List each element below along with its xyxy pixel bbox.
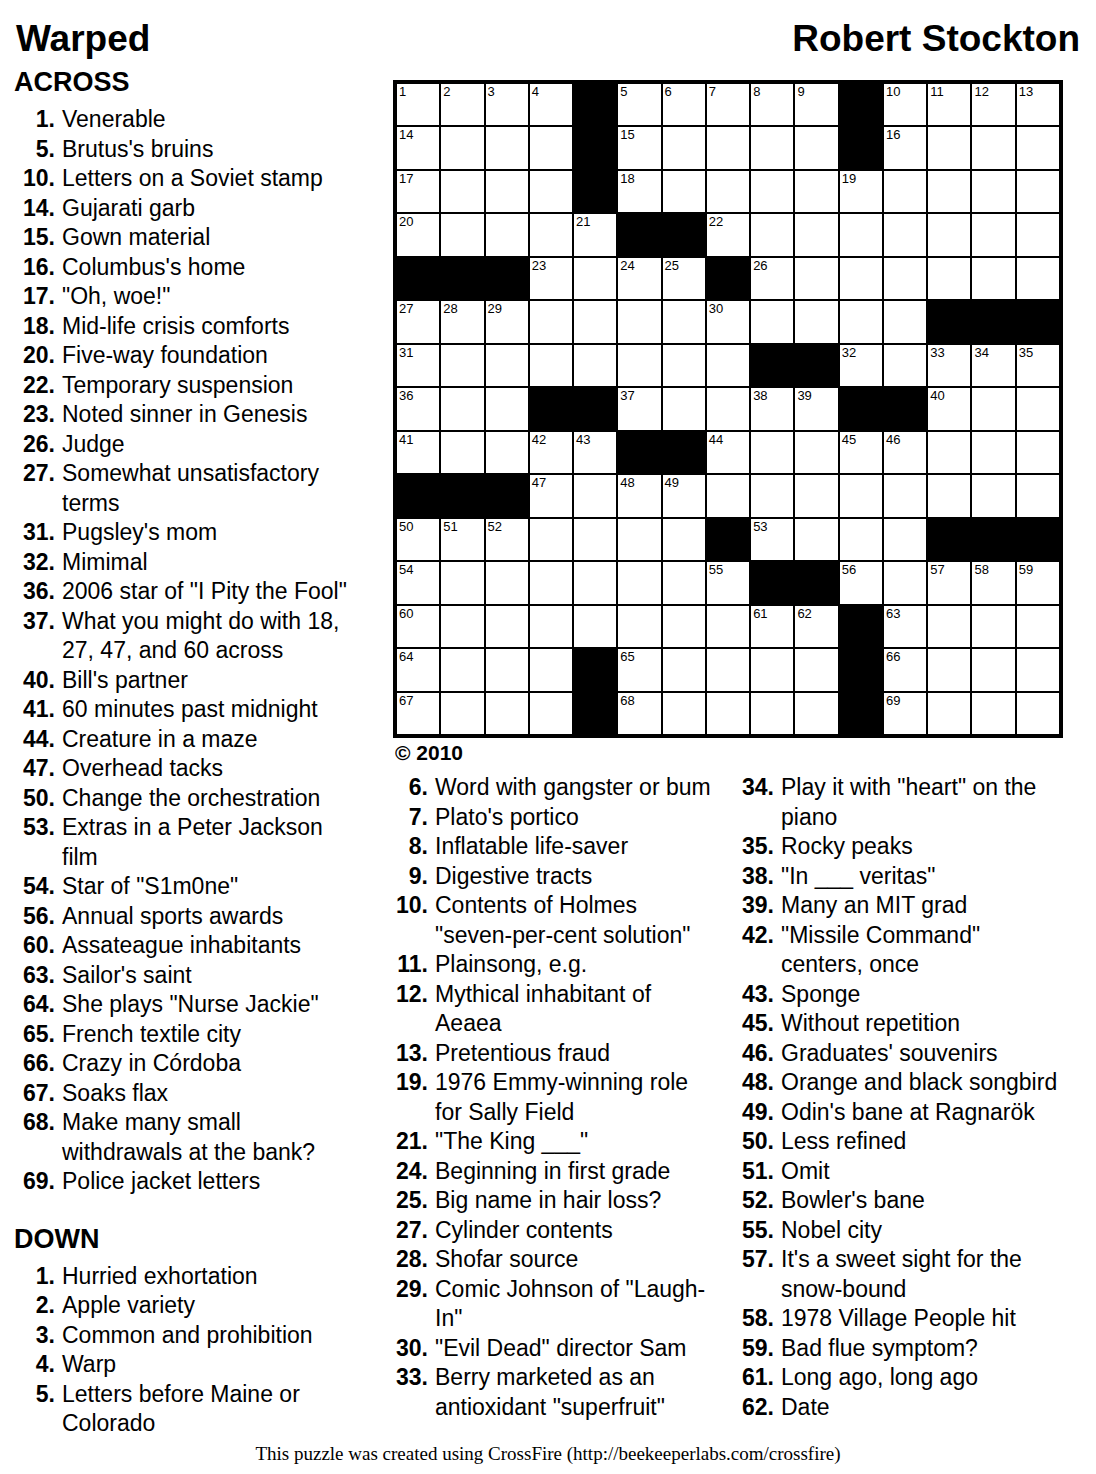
cell-r12c7[interactable]	[662, 561, 706, 604]
clue-down-34: 34.Play it with "heart" on the piano	[733, 773, 1063, 832]
clue-number: 58.	[733, 1304, 774, 1334]
black-cell-r15c11	[839, 692, 883, 735]
cell-r13c8[interactable]	[706, 605, 750, 648]
cell-r5c5[interactable]	[573, 257, 617, 300]
cell-number-42: 42	[532, 432, 546, 448]
cell-r5c15[interactable]	[1016, 257, 1060, 300]
clue-down-21: 21."The King ___"	[387, 1127, 713, 1157]
cell-number-69: 69	[886, 693, 900, 709]
cell-r6c6[interactable]	[617, 300, 661, 343]
clue-text: Hurried exhortation	[62, 1262, 354, 1292]
cell-r5c6[interactable]: 24	[617, 257, 661, 300]
cell-r8c15[interactable]	[1016, 387, 1060, 430]
cell-r4c2[interactable]	[440, 213, 484, 256]
clue-text: Rocky peaks	[781, 832, 1063, 862]
cell-r14c1[interactable]: 64	[396, 648, 440, 691]
cell-r5c12[interactable]	[883, 257, 927, 300]
cell-r4c11[interactable]	[839, 213, 883, 256]
cell-r10c4[interactable]: 47	[529, 474, 573, 517]
cell-r10c13[interactable]	[927, 474, 971, 517]
cell-r15c13[interactable]	[927, 692, 971, 735]
clue-text: Omit	[781, 1157, 1063, 1187]
cell-r8c14[interactable]	[971, 387, 1015, 430]
black-cell-r8c11	[839, 387, 883, 430]
cell-r7c14[interactable]: 34	[971, 344, 1015, 387]
cell-r11c9[interactable]: 53	[750, 518, 794, 561]
clue-text: Annual sports awards	[62, 902, 354, 932]
cell-r9c10[interactable]	[794, 431, 838, 474]
cell-r10c14[interactable]	[971, 474, 1015, 517]
cell-number-20: 20	[399, 214, 413, 230]
cell-r7c13[interactable]: 33	[927, 344, 971, 387]
clue-number: 9.	[387, 862, 428, 892]
cell-r12c2[interactable]	[440, 561, 484, 604]
cell-r6c8[interactable]: 30	[706, 300, 750, 343]
cell-r2c15[interactable]	[1016, 126, 1060, 169]
cell-r12c8[interactable]: 55	[706, 561, 750, 604]
black-cell-r5c8	[706, 257, 750, 300]
cell-r3c9[interactable]	[750, 170, 794, 213]
cell-r3c1[interactable]: 17	[396, 170, 440, 213]
clue-number: 7.	[387, 803, 428, 833]
cell-r10c11[interactable]	[839, 474, 883, 517]
cell-r1c6[interactable]: 5	[617, 83, 661, 126]
cell-number-33: 33	[930, 345, 944, 361]
cell-r13c7[interactable]	[662, 605, 706, 648]
clue-number: 16.	[14, 253, 55, 283]
cell-r6c12[interactable]	[883, 300, 927, 343]
cell-r14c14[interactable]	[971, 648, 1015, 691]
cell-r10c6[interactable]: 48	[617, 474, 661, 517]
cell-r10c15[interactable]	[1016, 474, 1060, 517]
cell-r9c13[interactable]	[927, 431, 971, 474]
down-clue-list-part1: 1.Hurried exhortation2.Apple variety3.Co…	[14, 1262, 354, 1439]
cell-r12c11[interactable]: 56	[839, 561, 883, 604]
clue-down-61: 61.Long ago, long ago	[733, 1363, 1063, 1393]
cell-r2c6[interactable]: 15	[617, 126, 661, 169]
black-cell-r11c15	[1016, 518, 1060, 561]
cell-r2c3[interactable]	[485, 126, 529, 169]
cell-r2c8[interactable]	[706, 126, 750, 169]
cell-r13c12[interactable]: 63	[883, 605, 927, 648]
clue-down-51: 51.Omit	[733, 1157, 1063, 1187]
cell-number-67: 67	[399, 693, 413, 709]
clue-text: Plainsong, e.g.	[435, 950, 713, 980]
cell-r15c12[interactable]: 69	[883, 692, 927, 735]
clue-text: Apple variety	[62, 1291, 354, 1321]
cell-r3c3[interactable]	[485, 170, 529, 213]
cell-r6c9[interactable]	[750, 300, 794, 343]
cell-number-68: 68	[620, 693, 634, 709]
cell-r13c9[interactable]: 61	[750, 605, 794, 648]
cell-r1c2[interactable]: 2	[440, 83, 484, 126]
cell-r3c11[interactable]: 19	[839, 170, 883, 213]
cell-r6c7[interactable]	[662, 300, 706, 343]
clue-number: 18.	[14, 312, 55, 342]
cell-number-63: 63	[886, 606, 900, 622]
cell-r13c3[interactable]	[485, 605, 529, 648]
clue-text: 2006 star of "I Pity the Fool"	[62, 577, 354, 607]
cell-r9c2[interactable]	[440, 431, 484, 474]
cell-r6c3[interactable]: 29	[485, 300, 529, 343]
cell-r5c9[interactable]: 26	[750, 257, 794, 300]
clue-text: Digestive tracts	[435, 862, 713, 892]
cell-r11c1[interactable]: 50	[396, 518, 440, 561]
cell-r15c1[interactable]: 67	[396, 692, 440, 735]
cell-r15c7[interactable]	[662, 692, 706, 735]
cell-r15c15[interactable]	[1016, 692, 1060, 735]
clue-number: 1.	[14, 105, 55, 135]
cell-r3c10[interactable]	[794, 170, 838, 213]
clue-number: 4.	[14, 1350, 55, 1380]
cell-r14c2[interactable]	[440, 648, 484, 691]
cell-r11c3[interactable]: 52	[485, 518, 529, 561]
cell-number-2: 2	[443, 84, 450, 100]
cell-r11c4[interactable]	[529, 518, 573, 561]
cell-r12c6[interactable]	[617, 561, 661, 604]
cell-number-32: 32	[842, 345, 856, 361]
cell-r5c14[interactable]	[971, 257, 1015, 300]
clue-number: 1.	[14, 1262, 55, 1292]
cell-r6c4[interactable]	[529, 300, 573, 343]
cell-r7c12[interactable]	[883, 344, 927, 387]
clue-text: "The King ___"	[435, 1127, 713, 1157]
clue-down-57: 57.It's a sweet sight for the snow-bound	[733, 1245, 1063, 1304]
cell-r3c14[interactable]	[971, 170, 1015, 213]
cell-r2c4[interactable]	[529, 126, 573, 169]
clue-text: Bad flue symptom?	[781, 1334, 1063, 1364]
cell-r8c1[interactable]: 36	[396, 387, 440, 430]
clue-text: It's a sweet sight for the snow-bound	[781, 1245, 1063, 1304]
cell-r9c14[interactable]	[971, 431, 1015, 474]
black-cell-r6c14	[971, 300, 1015, 343]
puzzle-author: Robert Stockton	[792, 18, 1080, 60]
cell-r5c4[interactable]: 23	[529, 257, 573, 300]
cell-r9c8[interactable]: 44	[706, 431, 750, 474]
cell-r2c12[interactable]: 16	[883, 126, 927, 169]
cell-r14c6[interactable]: 65	[617, 648, 661, 691]
cell-r9c9[interactable]	[750, 431, 794, 474]
cell-r1c3[interactable]: 3	[485, 83, 529, 126]
clue-across-50: 50.Change the orchestration	[14, 784, 354, 814]
cell-number-17: 17	[399, 171, 413, 187]
clue-column-right: 34.Play it with "heart" on the piano35.R…	[733, 773, 1063, 1422]
cell-r3c4[interactable]	[529, 170, 573, 213]
cell-r15c4[interactable]	[529, 692, 573, 735]
cell-r9c5[interactable]: 43	[573, 431, 617, 474]
clue-number: 24.	[387, 1157, 428, 1187]
cell-number-53: 53	[753, 519, 767, 535]
cell-number-18: 18	[620, 171, 634, 187]
clue-down-38: 38."In ___ veritas"	[733, 862, 1063, 892]
cell-r7c3[interactable]	[485, 344, 529, 387]
cell-r12c15[interactable]: 59	[1016, 561, 1060, 604]
cell-r11c6[interactable]	[617, 518, 661, 561]
cell-number-49: 49	[665, 475, 679, 491]
clue-number: 69.	[14, 1167, 55, 1197]
cell-r11c5[interactable]	[573, 518, 617, 561]
black-cell-r12c9	[750, 561, 794, 604]
cell-r8c10[interactable]: 39	[794, 387, 838, 430]
cell-r7c5[interactable]	[573, 344, 617, 387]
crossword-page: Warped Robert Stockton 12345678910111213…	[0, 0, 1096, 1474]
cell-r15c8[interactable]	[706, 692, 750, 735]
cell-r8c13[interactable]: 40	[927, 387, 971, 430]
cell-r8c6[interactable]: 37	[617, 387, 661, 430]
clue-text: "In ___ veritas"	[781, 862, 1063, 892]
cell-r5c10[interactable]	[794, 257, 838, 300]
clue-text: Extras in a Peter Jackson film	[62, 813, 354, 872]
cell-r15c6[interactable]: 68	[617, 692, 661, 735]
clue-text: "Oh, woe!"	[62, 282, 354, 312]
clue-number: 50.	[733, 1127, 774, 1157]
clue-number: 52.	[733, 1186, 774, 1216]
cell-r4c5[interactable]: 21	[573, 213, 617, 256]
cell-r4c1[interactable]: 20	[396, 213, 440, 256]
cell-r5c7[interactable]: 25	[662, 257, 706, 300]
cell-r14c15[interactable]	[1016, 648, 1060, 691]
cell-r14c13[interactable]	[927, 648, 971, 691]
cell-r14c4[interactable]	[529, 648, 573, 691]
cell-r10c8[interactable]	[706, 474, 750, 517]
cell-r3c12[interactable]	[883, 170, 927, 213]
clue-across-40: 40.Bill's partner	[14, 666, 354, 696]
clue-number: 40.	[14, 666, 55, 696]
cell-r15c9[interactable]	[750, 692, 794, 735]
cell-number-51: 51	[443, 519, 457, 535]
cell-r5c11[interactable]	[839, 257, 883, 300]
cell-number-3: 3	[488, 84, 495, 100]
cell-r14c9[interactable]	[750, 648, 794, 691]
cell-number-57: 57	[930, 562, 944, 578]
cell-r9c15[interactable]	[1016, 431, 1060, 474]
cell-r13c1[interactable]: 60	[396, 605, 440, 648]
clue-across-69: 69.Police jacket letters	[14, 1167, 354, 1197]
cell-r13c6[interactable]	[617, 605, 661, 648]
cell-r15c10[interactable]	[794, 692, 838, 735]
cell-r7c8[interactable]	[706, 344, 750, 387]
cell-r9c3[interactable]	[485, 431, 529, 474]
cell-r2c9[interactable]	[750, 126, 794, 169]
cell-r6c11[interactable]	[839, 300, 883, 343]
cell-r8c8[interactable]	[706, 387, 750, 430]
cell-r12c12[interactable]	[883, 561, 927, 604]
clue-text: Contents of Holmes "seven-per-cent solut…	[435, 891, 713, 950]
cell-r9c1[interactable]: 41	[396, 431, 440, 474]
cell-number-50: 50	[399, 519, 413, 535]
black-cell-r5c3	[485, 257, 529, 300]
clue-down-24: 24.Beginning in first grade	[387, 1157, 713, 1187]
cell-r14c3[interactable]	[485, 648, 529, 691]
puzzle-title: Warped	[16, 18, 150, 60]
clue-text: Creature in a maze	[62, 725, 354, 755]
cell-r9c11[interactable]: 45	[839, 431, 883, 474]
cell-r4c10[interactable]	[794, 213, 838, 256]
cell-r1c7[interactable]: 6	[662, 83, 706, 126]
cell-r7c4[interactable]	[529, 344, 573, 387]
black-cell-r8c5	[573, 387, 617, 430]
clue-text: Venerable	[62, 105, 354, 135]
cell-r12c5[interactable]	[573, 561, 617, 604]
cell-r14c12[interactable]: 66	[883, 648, 927, 691]
cell-number-19: 19	[842, 171, 856, 187]
cell-r11c11[interactable]	[839, 518, 883, 561]
cell-r4c8[interactable]: 22	[706, 213, 750, 256]
cell-r7c2[interactable]	[440, 344, 484, 387]
cell-r8c2[interactable]	[440, 387, 484, 430]
cell-r3c6[interactable]: 18	[617, 170, 661, 213]
clue-text: Pretentious fraud	[435, 1039, 713, 1069]
cell-r10c7[interactable]: 49	[662, 474, 706, 517]
cell-r6c10[interactable]	[794, 300, 838, 343]
cell-r4c4[interactable]	[529, 213, 573, 256]
cell-number-31: 31	[399, 345, 413, 361]
cell-r14c10[interactable]	[794, 648, 838, 691]
cell-number-62: 62	[797, 606, 811, 622]
cell-r13c10[interactable]: 62	[794, 605, 838, 648]
cell-r10c10[interactable]	[794, 474, 838, 517]
clue-text: Somewhat unsatisfactory terms	[62, 459, 354, 518]
cell-r7c7[interactable]	[662, 344, 706, 387]
cell-r11c7[interactable]	[662, 518, 706, 561]
cell-r7c11[interactable]: 32	[839, 344, 883, 387]
cell-r15c2[interactable]	[440, 692, 484, 735]
cell-r1c13[interactable]: 11	[927, 83, 971, 126]
cell-r12c3[interactable]	[485, 561, 529, 604]
clue-number: 60.	[14, 931, 55, 961]
cell-r4c3[interactable]	[485, 213, 529, 256]
clue-text: Comic Johnson of "Laugh-In"	[435, 1275, 713, 1334]
clue-down-1: 1.Hurried exhortation	[14, 1262, 354, 1292]
cell-r11c2[interactable]: 51	[440, 518, 484, 561]
cell-r1c14[interactable]: 12	[971, 83, 1015, 126]
cell-number-30: 30	[709, 301, 723, 317]
cell-r3c7[interactable]	[662, 170, 706, 213]
clue-down-58: 58.1978 Village People hit	[733, 1304, 1063, 1334]
clue-column-left: ACROSS 1.Venerable5.Brutus's bruins10.Le…	[14, 66, 354, 1439]
cell-r1c10[interactable]: 9	[794, 83, 838, 126]
cell-r2c14[interactable]	[971, 126, 1015, 169]
cell-r7c1[interactable]: 31	[396, 344, 440, 387]
black-cell-r2c11	[839, 126, 883, 169]
cell-r8c3[interactable]	[485, 387, 529, 430]
cell-r6c5[interactable]	[573, 300, 617, 343]
cell-r9c4[interactable]: 42	[529, 431, 573, 474]
cell-r4c9[interactable]	[750, 213, 794, 256]
cell-r4c13[interactable]	[927, 213, 971, 256]
clue-number: 67.	[14, 1079, 55, 1109]
clue-text: Sailor's saint	[62, 961, 354, 991]
clue-text: Star of "S1m0ne"	[62, 872, 354, 902]
cell-r3c2[interactable]	[440, 170, 484, 213]
cell-r2c13[interactable]	[927, 126, 971, 169]
cell-r13c5[interactable]	[573, 605, 617, 648]
cell-r1c1[interactable]: 1	[396, 83, 440, 126]
cell-r13c4[interactable]	[529, 605, 573, 648]
cell-r12c13[interactable]: 57	[927, 561, 971, 604]
clue-across-18: 18.Mid-life crisis comforts	[14, 312, 354, 342]
cell-r11c12[interactable]	[883, 518, 927, 561]
cell-r7c15[interactable]: 35	[1016, 344, 1060, 387]
cell-r8c7[interactable]	[662, 387, 706, 430]
cell-r7c6[interactable]	[617, 344, 661, 387]
cell-r1c9[interactable]: 8	[750, 83, 794, 126]
clue-text: Judge	[62, 430, 354, 460]
cell-r9c12[interactable]: 46	[883, 431, 927, 474]
clue-number: 50.	[14, 784, 55, 814]
black-cell-r3c5	[573, 170, 617, 213]
clue-column-middle: 6.Word with gangster or bum7.Plato's por…	[387, 773, 713, 1422]
cell-r15c14[interactable]	[971, 692, 1015, 735]
cell-r13c15[interactable]	[1016, 605, 1060, 648]
cell-r10c5[interactable]	[573, 474, 617, 517]
cell-r1c4[interactable]: 4	[529, 83, 573, 126]
clue-text: Temporary suspension	[62, 371, 354, 401]
cell-r1c15[interactable]: 13	[1016, 83, 1060, 126]
cell-number-28: 28	[443, 301, 457, 317]
clue-number: 27.	[387, 1216, 428, 1246]
cell-r10c9[interactable]	[750, 474, 794, 517]
cell-r2c7[interactable]	[662, 126, 706, 169]
cell-r3c8[interactable]	[706, 170, 750, 213]
clue-number: 63.	[14, 961, 55, 991]
clue-text: Word with gangster or bum	[435, 773, 713, 803]
cell-r2c10[interactable]	[794, 126, 838, 169]
clue-down-55: 55.Nobel city	[733, 1216, 1063, 1246]
cell-number-56: 56	[842, 562, 856, 578]
cell-number-8: 8	[753, 84, 760, 100]
cell-r3c13[interactable]	[927, 170, 971, 213]
cell-r5c13[interactable]	[927, 257, 971, 300]
clue-across-53: 53.Extras in a Peter Jackson film	[14, 813, 354, 872]
cell-r6c2[interactable]: 28	[440, 300, 484, 343]
black-cell-r4c7	[662, 213, 706, 256]
cell-r1c8[interactable]: 7	[706, 83, 750, 126]
clue-across-41: 41.60 minutes past midnight	[14, 695, 354, 725]
clue-text: Letters before Maine or Colorado	[62, 1380, 354, 1439]
cell-r4c12[interactable]	[883, 213, 927, 256]
clue-across-44: 44.Creature in a maze	[14, 725, 354, 755]
cell-number-12: 12	[974, 84, 988, 100]
clue-number: 34.	[733, 773, 774, 832]
cell-r13c13[interactable]	[927, 605, 971, 648]
cell-r14c8[interactable]	[706, 648, 750, 691]
cell-r11c10[interactable]	[794, 518, 838, 561]
clue-text: What you might do with 18, 27, 47, and 6…	[62, 607, 354, 666]
cell-r4c14[interactable]	[971, 213, 1015, 256]
clue-text: She plays "Nurse Jackie"	[62, 990, 354, 1020]
cell-number-45: 45	[842, 432, 856, 448]
cell-r2c1[interactable]: 14	[396, 126, 440, 169]
cell-r1c12[interactable]: 10	[883, 83, 927, 126]
cell-r12c14[interactable]: 58	[971, 561, 1015, 604]
cell-r3c15[interactable]	[1016, 170, 1060, 213]
cell-r15c3[interactable]	[485, 692, 529, 735]
cell-number-54: 54	[399, 562, 413, 578]
cell-r12c4[interactable]	[529, 561, 573, 604]
cell-r13c14[interactable]	[971, 605, 1015, 648]
clue-down-9: 9.Digestive tracts	[387, 862, 713, 892]
cell-r13c2[interactable]	[440, 605, 484, 648]
cell-r8c9[interactable]: 38	[750, 387, 794, 430]
cell-r2c2[interactable]	[440, 126, 484, 169]
cell-r12c1[interactable]: 54	[396, 561, 440, 604]
clue-down-4: 4.Warp	[14, 1350, 354, 1380]
cell-r6c1[interactable]: 27	[396, 300, 440, 343]
cell-r4c15[interactable]	[1016, 213, 1060, 256]
cell-r10c12[interactable]	[883, 474, 927, 517]
cell-r14c7[interactable]	[662, 648, 706, 691]
